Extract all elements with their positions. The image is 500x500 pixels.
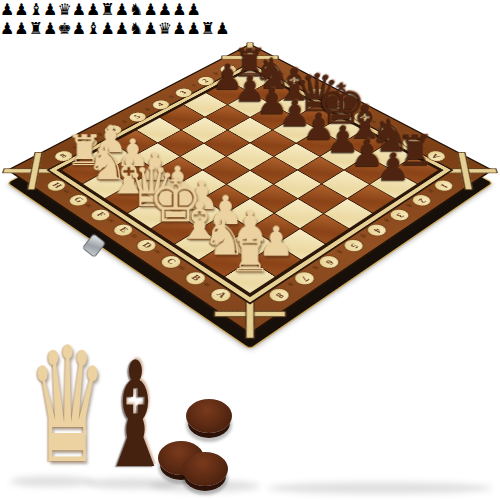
tray-dark-piece[interactable]: ♟ bbox=[215, 19, 229, 38]
tray-dark-piece[interactable]: ♛ bbox=[158, 19, 172, 38]
playing-field: ♜♞♝♛♚♝♞♜♟♟♟♟♟♟♟♟♟♟♟♟♟♟♟♟♜♞♝♛♚♝♞♜ bbox=[60, 69, 439, 294]
tray-light-piece[interactable]: ♟ bbox=[14, 0, 28, 19]
tray-dark-pieces: ♟♟♜♟♚♟♝♟♟♞♟♛♟♟♜♟ bbox=[0, 19, 500, 38]
tray-light-pieces: ♟♟♝♟♛♟♟♜♟♞♟♟♟♟ bbox=[0, 0, 500, 19]
tray-light-piece[interactable]: ♝ bbox=[29, 0, 43, 19]
scroll-ornament: ∞ bbox=[201, 280, 214, 288]
tray-dark-piece[interactable]: ♞ bbox=[129, 19, 143, 38]
square-a5[interactable] bbox=[161, 105, 205, 129]
tray-dark-piece[interactable]: ♟ bbox=[72, 19, 86, 38]
tray-light-piece[interactable]: ♟ bbox=[186, 0, 200, 19]
scroll-ornament: ∞ bbox=[380, 217, 392, 225]
tray-light-piece[interactable]: ♜ bbox=[100, 0, 114, 19]
tray-light-piece[interactable]: ♟ bbox=[43, 0, 57, 19]
square-h1[interactable]: ♜ bbox=[225, 261, 275, 293]
tray-light-piece[interactable]: ♞ bbox=[129, 0, 143, 19]
product-photo-scene: { "game": "chess", "scene": "Product pho… bbox=[0, 0, 500, 500]
light-checker-piece[interactable] bbox=[220, 412, 266, 446]
light-checker-piece[interactable] bbox=[215, 448, 261, 482]
tray-light-piece[interactable]: ♛ bbox=[57, 0, 71, 19]
tray-light-piece[interactable]: ♟ bbox=[158, 0, 172, 19]
tray-light-piece[interactable]: ♟ bbox=[86, 0, 100, 19]
box-shadow bbox=[268, 482, 492, 494]
tray-light-piece[interactable]: ♟ bbox=[0, 0, 14, 19]
tray-dark-piece[interactable]: ♟ bbox=[100, 19, 114, 38]
scroll-ornament: ∞ bbox=[403, 202, 415, 209]
scroll-ornament: ∞ bbox=[357, 232, 369, 240]
board-border-frame: ♜♞♝♛♚♝♞♜♟♟♟♟♟♟♟♟♟♟♟♟♟♟♟♟♜♞♝♛♚♝♞♜ H∞G∞F∞E… bbox=[10, 45, 491, 332]
tray-dark-piece[interactable]: ♟ bbox=[172, 19, 186, 38]
chess-board-3d: ♜♞♝♛♚♝♞♜♟♟♟♟♟♟♟♟♟♟♟♟♟♟♟♟♜♞♝♛♚♝♞♜ H∞G∞F∞E… bbox=[10, 45, 491, 332]
tray-dark-piece[interactable]: ♚ bbox=[57, 19, 71, 38]
tray-dark-piece[interactable]: ♜ bbox=[29, 19, 43, 38]
tray-dark-piece[interactable]: ♟ bbox=[0, 19, 14, 38]
scroll-ornament: ∞ bbox=[425, 187, 437, 194]
tray-light-piece[interactable]: ♟ bbox=[115, 0, 129, 19]
scroll-ornament: ∞ bbox=[61, 187, 73, 194]
tray-dark-piece[interactable]: ♟ bbox=[14, 19, 28, 38]
scroll-ornament: ∞ bbox=[309, 264, 322, 272]
scroll-ornament: ∞ bbox=[333, 248, 345, 256]
tray-light-piece[interactable]: ♟ bbox=[172, 0, 186, 19]
black-pawn[interactable]: ♟ bbox=[359, 148, 428, 186]
tray-light-piece[interactable]: ♟ bbox=[72, 0, 86, 19]
tray-dark-piece[interactable]: ♝ bbox=[86, 19, 100, 38]
scroll-ornament: ∞ bbox=[284, 280, 297, 288]
tray-light-piece[interactable]: ♟ bbox=[143, 0, 157, 19]
tray-dark-piece[interactable]: ♟ bbox=[115, 19, 129, 38]
coordinate-medallion-1: 1 bbox=[429, 177, 456, 193]
tray-dark-piece[interactable]: ♟ bbox=[143, 19, 157, 38]
coordinate-medallion-H: H bbox=[43, 177, 70, 193]
tray-dark-piece[interactable]: ♟ bbox=[186, 19, 200, 38]
scroll-ornament: ∞ bbox=[142, 106, 153, 112]
scroll-ornament: ∞ bbox=[82, 202, 94, 209]
square-d5[interactable] bbox=[227, 143, 272, 169]
scroll-ornament: ∞ bbox=[176, 264, 189, 272]
tray-dark-piece[interactable]: ♟ bbox=[43, 19, 57, 38]
square-h7[interactable]: ♟ bbox=[370, 170, 416, 198]
coordinate-medallion-B: B bbox=[181, 268, 211, 287]
white-rook[interactable]: ♜ bbox=[213, 233, 288, 279]
coordinate-medallion-A: A bbox=[206, 285, 236, 305]
scroll-ornament: ∞ bbox=[166, 94, 177, 100]
tray-dark-piece[interactable]: ♜ bbox=[201, 19, 215, 38]
